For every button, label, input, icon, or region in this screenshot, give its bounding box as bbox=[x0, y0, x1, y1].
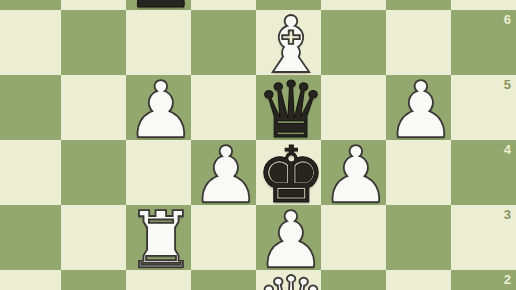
square-b3[interactable] bbox=[61, 205, 126, 270]
square-f7[interactable] bbox=[321, 0, 386, 10]
square-g2[interactable] bbox=[386, 270, 451, 290]
square-g5[interactable]: ♟ bbox=[386, 75, 451, 140]
square-e2[interactable]: ♛ bbox=[256, 270, 321, 290]
square-d4[interactable]: ♟ bbox=[191, 140, 256, 205]
rank-label-3: 3 bbox=[504, 208, 511, 221]
square-h6[interactable]: 6 bbox=[451, 10, 516, 75]
square-b5[interactable] bbox=[61, 75, 126, 140]
square-b4[interactable] bbox=[61, 140, 126, 205]
square-c5[interactable]: ♟ bbox=[126, 75, 191, 140]
square-f6[interactable] bbox=[321, 10, 386, 75]
white-rook[interactable]: ♜ bbox=[126, 201, 191, 279]
white-pawn[interactable]: ♟ bbox=[191, 136, 256, 214]
board-grid: ♟♝6♟♛♟5♟♚♟4♜♟3♛2 bbox=[0, 0, 516, 290]
rank-label-4: 4 bbox=[504, 143, 511, 156]
rank-label-6: 6 bbox=[504, 13, 511, 26]
square-b2[interactable] bbox=[61, 270, 126, 290]
square-g3[interactable] bbox=[386, 205, 451, 270]
square-d6[interactable] bbox=[191, 10, 256, 75]
square-h5[interactable]: 5 bbox=[451, 75, 516, 140]
square-c3[interactable]: ♜ bbox=[126, 205, 191, 270]
square-f3[interactable] bbox=[321, 205, 386, 270]
square-c2[interactable] bbox=[126, 270, 191, 290]
square-h3[interactable]: 3 bbox=[451, 205, 516, 270]
square-d2[interactable] bbox=[191, 270, 256, 290]
square-c7[interactable]: ♟ bbox=[126, 0, 191, 10]
white-queen[interactable]: ♛ bbox=[256, 266, 321, 290]
rank-label-2: 2 bbox=[504, 273, 511, 286]
square-h2[interactable]: 2 bbox=[451, 270, 516, 290]
square-b6[interactable] bbox=[61, 10, 126, 75]
square-a2[interactable] bbox=[0, 270, 61, 290]
square-g7[interactable] bbox=[386, 0, 451, 10]
square-a6[interactable] bbox=[0, 10, 61, 75]
white-pawn[interactable]: ♟ bbox=[386, 71, 451, 149]
white-pawn[interactable]: ♟ bbox=[126, 71, 191, 149]
square-a4[interactable] bbox=[0, 140, 61, 205]
square-h7[interactable] bbox=[451, 0, 516, 10]
square-b7[interactable] bbox=[61, 0, 126, 10]
white-pawn[interactable]: ♟ bbox=[321, 136, 386, 214]
square-f2[interactable] bbox=[321, 270, 386, 290]
chess-board: ♟♝6♟♛♟5♟♚♟4♜♟3♛2 bbox=[0, 0, 516, 290]
square-g4[interactable] bbox=[386, 140, 451, 205]
square-a5[interactable] bbox=[0, 75, 61, 140]
square-f4[interactable]: ♟ bbox=[321, 140, 386, 205]
rank-label-5: 5 bbox=[504, 78, 511, 91]
square-h4[interactable]: 4 bbox=[451, 140, 516, 205]
square-d7[interactable] bbox=[191, 0, 256, 10]
square-a3[interactable] bbox=[0, 205, 61, 270]
square-a7[interactable] bbox=[0, 0, 61, 10]
square-d3[interactable] bbox=[191, 205, 256, 270]
